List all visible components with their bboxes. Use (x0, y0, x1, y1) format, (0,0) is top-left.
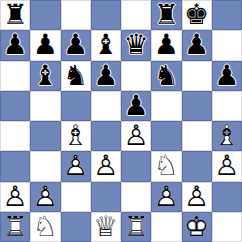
piece-glyph-outline: ♙ (3, 183, 28, 211)
square-e8[interactable] (121, 0, 151, 30)
square-f6[interactable]: ♞ (151, 61, 181, 91)
piece-black-pawn[interactable]: ♟ (182, 30, 212, 60)
square-f5[interactable] (151, 91, 181, 121)
piece-black-rook[interactable]: ♜ (151, 0, 181, 30)
piece-glyph-outline: ♗ (214, 122, 239, 150)
square-d8[interactable] (91, 0, 121, 30)
square-b1[interactable]: ♞♘ (30, 212, 60, 242)
piece-glyph: ♜ (154, 1, 179, 29)
square-e4[interactable]: ♟♙ (121, 121, 151, 151)
piece-glyph-outline: ♗ (63, 122, 88, 150)
piece-glyph: ♟ (63, 31, 88, 59)
piece-glyph: ♜ (3, 1, 28, 29)
square-h3[interactable]: ♟♙ (212, 151, 242, 181)
square-f7[interactable]: ♟ (151, 30, 181, 60)
piece-white-king[interactable]: ♚♔ (182, 212, 212, 242)
piece-black-pawn[interactable]: ♟ (61, 30, 91, 60)
piece-glyph: ♟ (33, 31, 58, 59)
piece-white-bishop[interactable]: ♝♗ (61, 121, 91, 151)
piece-glyph-outline: ♙ (93, 152, 118, 180)
piece-white-pawn[interactable]: ♟♙ (151, 182, 181, 212)
square-c5[interactable] (61, 91, 91, 121)
square-h4[interactable]: ♝♗ (212, 121, 242, 151)
piece-white-queen[interactable]: ♛♕ (91, 212, 121, 242)
piece-white-pawn[interactable]: ♟♙ (61, 151, 91, 181)
square-a5[interactable] (0, 91, 30, 121)
piece-black-knight[interactable]: ♞ (151, 61, 181, 91)
square-g7[interactable]: ♟ (182, 30, 212, 60)
piece-glyph: ♟ (124, 92, 149, 120)
piece-white-rook[interactable]: ♜♖ (0, 212, 30, 242)
piece-glyph: ♟ (214, 62, 239, 90)
piece-white-pawn[interactable]: ♟♙ (182, 182, 212, 212)
square-a2[interactable]: ♟♙ (0, 182, 30, 212)
square-f3[interactable]: ♞♘ (151, 151, 181, 181)
piece-black-bishop[interactable]: ♝ (30, 61, 60, 91)
piece-glyph-outline: ♖ (3, 213, 28, 241)
square-d3[interactable]: ♟♙ (91, 151, 121, 181)
square-f8[interactable]: ♜ (151, 0, 181, 30)
piece-white-pawn[interactable]: ♟♙ (30, 182, 60, 212)
piece-white-knight[interactable]: ♞♘ (30, 212, 60, 242)
piece-black-queen[interactable]: ♛ (121, 30, 151, 60)
square-g8[interactable]: ♚ (182, 0, 212, 30)
piece-glyph: ♝ (33, 62, 58, 90)
piece-glyph: ♝ (93, 31, 118, 59)
piece-white-bishop[interactable]: ♝♗ (212, 121, 242, 151)
square-h2[interactable] (212, 182, 242, 212)
square-g6[interactable] (182, 61, 212, 91)
square-b6[interactable]: ♝ (30, 61, 60, 91)
piece-glyph-outline: ♘ (154, 152, 179, 180)
piece-black-pawn[interactable]: ♟ (30, 30, 60, 60)
piece-glyph-outline: ♙ (184, 183, 209, 211)
square-d4[interactable] (91, 121, 121, 151)
square-e7[interactable]: ♛ (121, 30, 151, 60)
piece-black-pawn[interactable]: ♟ (0, 30, 30, 60)
square-d1[interactable]: ♛♕ (91, 212, 121, 242)
square-d2[interactable] (91, 182, 121, 212)
square-a1[interactable]: ♜♖ (0, 212, 30, 242)
square-c4[interactable]: ♝♗ (61, 121, 91, 151)
piece-black-pawn[interactable]: ♟ (91, 61, 121, 91)
square-b5[interactable] (30, 91, 60, 121)
piece-white-pawn[interactable]: ♟♙ (91, 151, 121, 181)
piece-black-pawn[interactable]: ♟ (121, 91, 151, 121)
piece-black-pawn[interactable]: ♟ (151, 30, 181, 60)
piece-black-bishop[interactable]: ♝ (91, 30, 121, 60)
square-b8[interactable] (30, 0, 60, 30)
chess-board: ♜♜♚♟♟♟♝♛♟♟♝♞♟♞♟♟♝♗♟♙♝♗♟♙♟♙♞♘♟♙♟♙♟♙♟♙♟♙♜♖… (0, 0, 242, 242)
piece-glyph-outline: ♙ (214, 152, 239, 180)
piece-glyph: ♟ (3, 31, 28, 59)
square-a4[interactable] (0, 121, 30, 151)
piece-glyph: ♞ (63, 62, 88, 90)
square-b2[interactable]: ♟♙ (30, 182, 60, 212)
piece-glyph-outline: ♙ (124, 122, 149, 150)
piece-glyph: ♟ (93, 62, 118, 90)
piece-black-king[interactable]: ♚ (182, 0, 212, 30)
square-g2[interactable]: ♟♙ (182, 182, 212, 212)
square-c8[interactable] (61, 0, 91, 30)
square-f2[interactable]: ♟♙ (151, 182, 181, 212)
square-h5[interactable] (212, 91, 242, 121)
square-b3[interactable] (30, 151, 60, 181)
square-e2[interactable] (121, 182, 151, 212)
square-e3[interactable] (121, 151, 151, 181)
square-h6[interactable]: ♟ (212, 61, 242, 91)
piece-glyph-outline: ♘ (33, 213, 58, 241)
square-c6[interactable]: ♞ (61, 61, 91, 91)
square-b4[interactable] (30, 121, 60, 151)
square-a7[interactable]: ♟ (0, 30, 30, 60)
square-d7[interactable]: ♝ (91, 30, 121, 60)
piece-white-rook[interactable]: ♜♖ (121, 212, 151, 242)
square-e1[interactable]: ♜♖ (121, 212, 151, 242)
square-a8[interactable]: ♜ (0, 0, 30, 30)
square-h8[interactable] (212, 0, 242, 30)
piece-black-knight[interactable]: ♞ (61, 61, 91, 91)
square-g1[interactable]: ♚♔ (182, 212, 212, 242)
square-b7[interactable]: ♟ (30, 30, 60, 60)
piece-glyph: ♟ (184, 31, 209, 59)
piece-white-pawn[interactable]: ♟♙ (212, 151, 242, 181)
piece-black-pawn[interactable]: ♟ (212, 61, 242, 91)
square-e5[interactable]: ♟ (121, 91, 151, 121)
piece-glyph: ♚ (184, 1, 209, 29)
piece-white-pawn[interactable]: ♟♙ (121, 121, 151, 151)
square-f4[interactable] (151, 121, 181, 151)
square-g5[interactable] (182, 91, 212, 121)
square-g4[interactable] (182, 121, 212, 151)
piece-white-pawn[interactable]: ♟♙ (0, 182, 30, 212)
piece-glyph: ♟ (154, 31, 179, 59)
piece-glyph-outline: ♔ (184, 213, 209, 241)
square-a3[interactable] (0, 151, 30, 181)
piece-glyph-outline: ♙ (154, 183, 179, 211)
square-h1[interactable] (212, 212, 242, 242)
square-a6[interactable] (0, 61, 30, 91)
piece-black-rook[interactable]: ♜ (0, 0, 30, 30)
square-d6[interactable]: ♟ (91, 61, 121, 91)
square-e6[interactable] (121, 61, 151, 91)
square-f1[interactable] (151, 212, 181, 242)
piece-glyph-outline: ♖ (124, 213, 149, 241)
piece-glyph-outline: ♕ (93, 213, 118, 241)
square-d5[interactable] (91, 91, 121, 121)
square-c1[interactable] (61, 212, 91, 242)
square-c3[interactable]: ♟♙ (61, 151, 91, 181)
square-g3[interactable] (182, 151, 212, 181)
piece-glyph-outline: ♙ (33, 183, 58, 211)
piece-glyph-outline: ♙ (63, 152, 88, 180)
square-c7[interactable]: ♟ (61, 30, 91, 60)
piece-glyph: ♛ (124, 31, 149, 59)
piece-glyph: ♞ (154, 62, 179, 90)
piece-white-knight[interactable]: ♞♘ (151, 151, 181, 181)
square-c2[interactable] (61, 182, 91, 212)
square-h7[interactable] (212, 30, 242, 60)
